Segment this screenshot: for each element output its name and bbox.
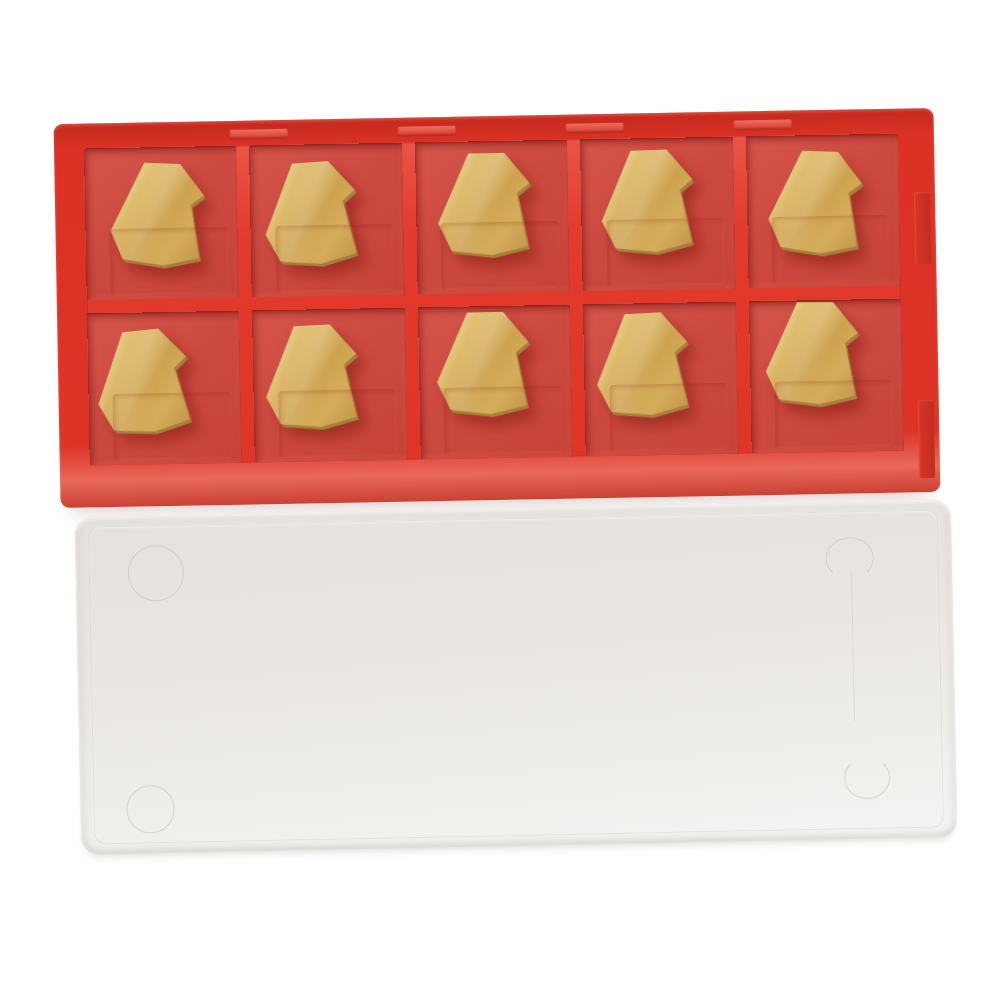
compartment-r2c2 (252, 308, 407, 463)
gold-insert (263, 323, 360, 430)
compartment-r1c3 (415, 140, 570, 295)
insert-face (765, 302, 857, 404)
compartment-r2c1 (87, 311, 242, 466)
insert-face (599, 149, 695, 254)
insert-face (110, 162, 205, 267)
translucent-lid (75, 499, 958, 855)
gold-insert (765, 302, 857, 404)
rim-tab (566, 123, 624, 134)
compartment-r2c5 (749, 299, 904, 454)
gold-insert (436, 311, 530, 415)
gold-insert (599, 149, 695, 254)
compartment-r1c4 (580, 137, 735, 292)
compartment-r1c1 (84, 146, 239, 301)
lid-rim (88, 510, 944, 845)
insert-face (767, 150, 862, 255)
insert-face (261, 159, 360, 267)
insert-face (436, 311, 530, 415)
rim-tab (230, 129, 288, 140)
insert-face (437, 152, 531, 256)
rim-tab (734, 120, 792, 131)
wall-step (914, 192, 931, 264)
gold-insert (261, 159, 360, 267)
product-photo-stage (0, 0, 1001, 1001)
red-insert-box (54, 108, 941, 508)
insert-face (594, 311, 691, 418)
compartment-r2c3 (418, 305, 573, 460)
compartment-r2c4 (583, 302, 738, 457)
compartment-tray (84, 134, 904, 466)
compartment-r1c5 (745, 134, 900, 289)
gold-insert (91, 326, 193, 437)
gold-insert (110, 162, 205, 267)
insert-face (91, 326, 193, 437)
compartment-r1c2 (249, 143, 404, 298)
wall-step (918, 400, 935, 478)
gold-insert (594, 311, 691, 418)
gold-insert (437, 152, 531, 256)
gold-insert (767, 150, 862, 255)
compartment-grid (84, 134, 904, 466)
rim-tab (398, 126, 456, 137)
insert-face (263, 323, 360, 430)
